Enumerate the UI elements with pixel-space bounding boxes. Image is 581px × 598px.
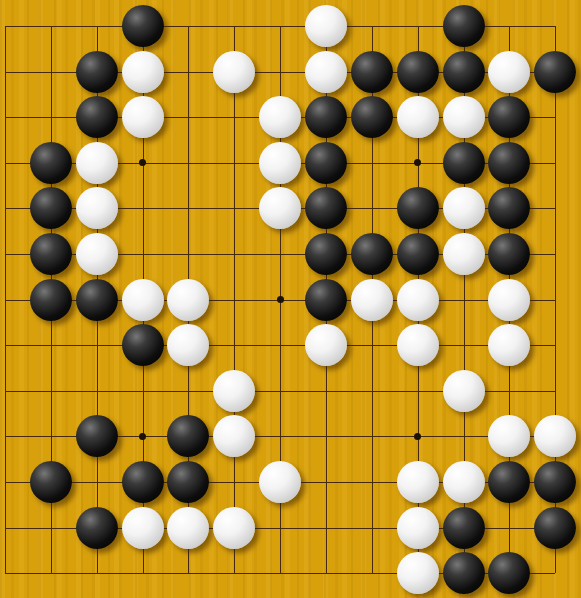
go-board[interactable]: 1	[0, 0, 581, 598]
stone-black	[305, 96, 347, 138]
stone-black	[122, 324, 164, 366]
stone-black	[76, 96, 118, 138]
stone-white	[305, 324, 347, 366]
stone-black	[488, 96, 530, 138]
stone-white	[213, 51, 255, 93]
stone-black	[30, 187, 72, 229]
stone-white	[167, 324, 209, 366]
stone-black	[534, 507, 576, 549]
stone-black	[534, 461, 576, 503]
stone-black	[488, 187, 530, 229]
stone-black	[305, 279, 347, 321]
stone-black	[534, 51, 576, 93]
stone-black	[167, 415, 209, 457]
stone-black	[443, 507, 485, 549]
stone-white	[397, 96, 439, 138]
stone-black	[122, 5, 164, 47]
star-point	[139, 159, 146, 166]
stone-black	[122, 461, 164, 503]
star-point	[414, 159, 421, 166]
stone-white	[305, 5, 347, 47]
stone-white	[397, 324, 439, 366]
stone-white	[397, 507, 439, 549]
stone-white	[213, 415, 255, 457]
stone-black	[76, 51, 118, 93]
stone-black	[30, 142, 72, 184]
stone-white	[167, 507, 209, 549]
stone-white	[259, 187, 301, 229]
stone-black	[76, 415, 118, 457]
stone-black	[30, 461, 72, 503]
stone-white	[397, 461, 439, 503]
stone-white	[259, 461, 301, 503]
stone-black	[305, 142, 347, 184]
stone-black	[397, 51, 439, 93]
stone-white	[443, 370, 485, 412]
stone-black	[167, 461, 209, 503]
stone-black	[30, 279, 72, 321]
stone-white	[397, 279, 439, 321]
stone-white	[76, 187, 118, 229]
stone-white	[213, 370, 255, 412]
stone-white	[122, 51, 164, 93]
star-point	[277, 296, 284, 303]
stone-white	[488, 324, 530, 366]
stone-white	[488, 415, 530, 457]
stone-black	[488, 142, 530, 184]
stone-black	[488, 552, 530, 594]
stone-white	[397, 552, 439, 594]
stone-white	[443, 187, 485, 229]
stone-white	[443, 461, 485, 503]
stone-black	[443, 552, 485, 594]
stone-white	[305, 51, 347, 93]
stone-black	[488, 233, 530, 275]
stone-black	[30, 233, 72, 275]
stone-black	[397, 187, 439, 229]
star-point	[414, 433, 421, 440]
stone-black	[305, 233, 347, 275]
stone-white	[213, 507, 255, 549]
stone-white	[534, 415, 576, 457]
stone-black	[443, 5, 485, 47]
stone-white	[122, 279, 164, 321]
stone-black	[76, 279, 118, 321]
grid-line-horizontal	[5, 345, 555, 346]
stone-white	[259, 96, 301, 138]
stone-white	[76, 233, 118, 275]
stone-white	[122, 96, 164, 138]
stone-white	[259, 142, 301, 184]
star-point	[139, 433, 146, 440]
stone-black	[443, 51, 485, 93]
stone-white	[122, 507, 164, 549]
stone-black	[351, 51, 393, 93]
stone-black	[488, 461, 530, 503]
stone-white	[488, 51, 530, 93]
stone-white	[488, 279, 530, 321]
stone-white	[443, 96, 485, 138]
stone-white	[351, 279, 393, 321]
stone-black	[397, 233, 439, 275]
stone-white	[443, 233, 485, 275]
stone-white	[76, 142, 118, 184]
stone-black	[305, 187, 347, 229]
stone-black	[351, 96, 393, 138]
stone-black	[351, 233, 393, 275]
stone-white	[167, 279, 209, 321]
stone-black	[76, 507, 118, 549]
stone-black	[443, 142, 485, 184]
